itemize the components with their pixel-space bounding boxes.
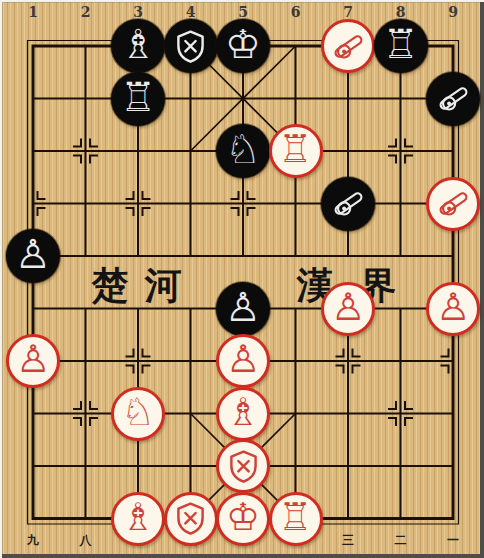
board[interactable]: ♗♔♖♖♘♖♙♙♙♙♙♙♘♗♗♔♖: [7, 20, 480, 545]
shield-x-icon: [174, 30, 207, 63]
piece-red-cannon[interactable]: [321, 19, 375, 73]
elephant-glyph: ♗: [121, 498, 155, 536]
top-file-label: 6: [285, 4, 307, 20]
pawn-glyph: ♙: [436, 288, 470, 326]
piece-red-knight[interactable]: ♘: [111, 387, 165, 441]
cannon-icon: [437, 187, 470, 220]
pawn-glyph: ♙: [16, 340, 50, 378]
xiangqi-board-window: 1 2 3 4 5 6 7 8 9 九 八 七 六 五 四 三 二 一 楚 河 …: [0, 0, 484, 558]
rook-glyph: ♖: [383, 24, 419, 64]
piece-red-cannon[interactable]: [426, 177, 480, 231]
piece-black-king[interactable]: ♔: [216, 19, 270, 73]
piece-red-pawn[interactable]: ♙: [426, 282, 480, 336]
top-file-label: 7: [337, 4, 359, 20]
piece-black-knight[interactable]: ♘: [216, 124, 270, 178]
piece-black-pawn[interactable]: ♙: [216, 282, 270, 336]
knight-glyph: ♘: [225, 129, 261, 169]
king-glyph: ♔: [225, 24, 261, 64]
top-file-label: 3: [127, 4, 149, 20]
piece-red-pawn[interactable]: ♙: [321, 282, 375, 336]
piece-red-pawn[interactable]: ♙: [6, 334, 60, 388]
piece-red-advisor[interactable]: [164, 492, 218, 546]
elephant-glyph: ♗: [120, 24, 156, 64]
shield-x-icon: [227, 450, 260, 483]
pawn-glyph: ♙: [15, 234, 51, 274]
piece-red-pawn[interactable]: ♙: [216, 334, 270, 388]
piece-black-elephant[interactable]: ♗: [111, 19, 165, 73]
top-file-label: 2: [75, 4, 97, 20]
top-file-label: 9: [442, 4, 464, 20]
knight-glyph: ♘: [121, 393, 155, 431]
king-glyph: ♔: [226, 498, 260, 536]
shield-x-icon: [174, 502, 207, 535]
piece-black-advisor[interactable]: [164, 19, 218, 73]
top-file-label: 8: [390, 4, 412, 20]
rook-glyph: ♖: [278, 498, 312, 536]
cannon-icon: [437, 82, 470, 115]
piece-black-rook[interactable]: ♖: [374, 19, 428, 73]
pawn-glyph: ♙: [226, 340, 260, 378]
piece-red-advisor[interactable]: [216, 439, 270, 493]
piece-black-cannon[interactable]: [321, 177, 375, 231]
cannon-icon: [332, 187, 365, 220]
top-file-label: 4: [180, 4, 202, 20]
cannon-icon: [332, 30, 365, 63]
pawn-glyph: ♙: [225, 287, 261, 327]
piece-black-pawn[interactable]: ♙: [6, 229, 60, 283]
piece-black-rook[interactable]: ♖: [111, 72, 165, 126]
piece-red-king[interactable]: ♔: [216, 492, 270, 546]
piece-red-rook[interactable]: ♖: [269, 124, 323, 178]
rook-glyph: ♖: [278, 130, 312, 168]
top-file-label: 5: [232, 4, 254, 20]
piece-red-elephant[interactable]: ♗: [111, 492, 165, 546]
piece-black-cannon[interactable]: [426, 72, 480, 126]
top-file-label: 1: [22, 4, 44, 20]
piece-red-elephant[interactable]: ♗: [216, 387, 270, 441]
elephant-glyph: ♗: [226, 393, 260, 431]
rook-glyph: ♖: [120, 77, 156, 117]
piece-red-rook[interactable]: ♖: [269, 492, 323, 546]
pawn-glyph: ♙: [331, 288, 365, 326]
